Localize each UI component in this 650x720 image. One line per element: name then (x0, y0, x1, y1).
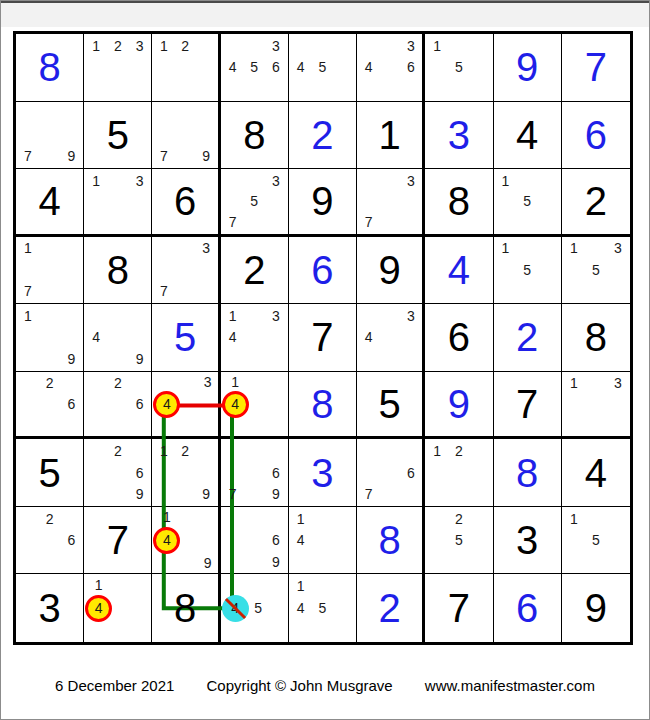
pencil-mark: 5 (523, 194, 531, 208)
chain-node-circle: 4 (222, 391, 249, 418)
cell-r9c5[interactable]: 145 (289, 574, 357, 642)
eliminated-candidate: 4 (222, 595, 249, 622)
pencil-marks: 679 (222, 440, 287, 505)
pencil-mark: 1 (502, 174, 510, 188)
pencil-mark: 1 (231, 375, 239, 389)
cell-r9c4[interactable]: 45 (221, 574, 289, 642)
pencil-marks: 14 (222, 373, 287, 436)
pencil-mark: 4 (297, 533, 305, 547)
cell-value: 7 (494, 372, 561, 437)
pencil-mark: 6 (136, 466, 144, 480)
caption-copyright: Copyright © John Musgrave (207, 677, 393, 694)
cell-r2c7[interactable]: 3 (425, 102, 493, 170)
cell-value: 5 (152, 304, 217, 371)
pencil-marks: 37 (153, 238, 216, 303)
cell-r4c2[interactable]: 8 (84, 237, 152, 305)
cell-r7c1[interactable]: 5 (16, 439, 84, 507)
pencil-marks: 149 (153, 508, 216, 573)
pencil-mark: 1 (297, 579, 305, 593)
cell-r6c9[interactable]: 13 (562, 372, 630, 440)
pencil-mark: 6 (407, 60, 415, 74)
cell-r2c2[interactable]: 5 (84, 102, 152, 170)
pencil-mark: 7 (229, 487, 237, 501)
pencil-mark: 9 (136, 487, 144, 501)
cell-r3c3[interactable]: 6 (152, 169, 220, 237)
chain-node-circle: 4 (85, 595, 112, 622)
pencil-mark: 2 (181, 444, 189, 458)
cell-value: 9 (562, 574, 630, 642)
cell-r6c7[interactable]: 9 (425, 372, 493, 440)
pencil-marks: 129 (153, 440, 216, 505)
pencil-mark: 3 (272, 174, 280, 188)
cell-r9c8[interactable]: 6 (494, 574, 562, 642)
cell-r1c4[interactable]: 3456 (221, 34, 289, 102)
sudoku-board: 8123123456453461597795798213464136357937… (13, 31, 633, 645)
cell-value: 1 (357, 102, 422, 169)
cell-value: 8 (562, 304, 630, 371)
cell-r7c5[interactable]: 3 (289, 439, 357, 507)
pencil-mark: 4 (365, 60, 373, 74)
pencil-marks: 26 (17, 373, 82, 436)
pencil-marks: 25 (426, 508, 491, 573)
cell-r3c1[interactable]: 4 (16, 169, 84, 237)
pencil-mark: 3 (614, 376, 622, 390)
cell-r6c1[interactable]: 26 (16, 372, 84, 440)
pencil-mark: 3 (407, 174, 415, 188)
pencil-mark: 3 (407, 309, 415, 323)
cell-r8c5[interactable]: 14 (289, 507, 357, 575)
cell-value: 6 (289, 237, 356, 304)
cell-value: 8 (425, 169, 492, 234)
cell-value: 2 (289, 102, 356, 169)
pencil-marks: 15 (563, 508, 629, 573)
cell-value: 7 (289, 304, 356, 371)
cell-r1c1[interactable]: 8 (16, 34, 84, 102)
pencil-mark: 4 (229, 330, 237, 344)
pencil-mark: 6 (272, 466, 280, 480)
pencil-marks: 145 (290, 575, 355, 641)
pencil-mark: 7 (24, 284, 32, 298)
cell-value: 9 (357, 237, 422, 304)
cell-r8c7[interactable]: 25 (425, 507, 493, 575)
cell-r5c9[interactable]: 8 (562, 304, 630, 372)
pencil-marks: 15 (495, 170, 560, 233)
cell-value: 4 (425, 237, 492, 304)
cell-value: 4 (16, 169, 83, 234)
cell-r2c1[interactable]: 79 (16, 102, 84, 170)
pencil-mark: 3 (136, 39, 144, 53)
cell-value: 8 (84, 237, 151, 304)
cell-r5c4[interactable]: 134 (221, 304, 289, 372)
cell-value: 3 (289, 439, 356, 506)
pencil-mark: 1 (24, 309, 32, 323)
cell-value: 3 (494, 507, 561, 574)
pencil-mark: 1 (570, 376, 578, 390)
pencil-mark: 3 (614, 241, 622, 255)
pencil-marks: 34 (358, 305, 421, 370)
pencil-mark: 2 (46, 512, 54, 526)
pencil-mark: 9 (272, 487, 280, 501)
cell-r9c3[interactable]: 8 (152, 574, 220, 642)
cell-value: 8 (152, 574, 217, 642)
pencil-mark: 1 (24, 241, 32, 255)
pencil-mark: 3 (202, 241, 210, 255)
cell-r8c1[interactable]: 26 (16, 507, 84, 575)
pencil-mark: 9 (202, 149, 210, 163)
pencil-mark: 1 (570, 512, 578, 526)
page: 8123123456453461597795798213464136357937… (0, 0, 650, 720)
pencil-marks: 14 (290, 508, 355, 573)
cell-value: 6 (152, 169, 217, 234)
pencil-mark: 7 (365, 487, 373, 501)
cell-r1c2[interactable]: 123 (84, 34, 152, 102)
pencil-mark: 6 (272, 60, 280, 74)
pencil-marks: 269 (85, 440, 150, 505)
chain-node-circle: 4 (153, 527, 180, 554)
pencil-mark: 1 (92, 39, 100, 53)
cell-r8c3[interactable]: 149 (152, 507, 220, 575)
cell-r9c1[interactable]: 3 (16, 574, 84, 642)
pencil-mark: 2 (114, 444, 122, 458)
cell-value: 5 (357, 372, 422, 437)
cell-r9c9[interactable]: 9 (562, 574, 630, 642)
pencil-mark: 3 (272, 309, 280, 323)
cell-r3c8[interactable]: 15 (494, 169, 562, 237)
cell-r2c5[interactable]: 2 (289, 102, 357, 170)
pencil-marks: 15 (426, 35, 491, 100)
cell-r7c2[interactable]: 269 (84, 439, 152, 507)
cell-r2c6[interactable]: 1 (357, 102, 425, 170)
cell-r5c1[interactable]: 19 (16, 304, 84, 372)
pencil-mark: 1 (163, 510, 171, 524)
cell-r7c9[interactable]: 4 (562, 439, 630, 507)
cell-r4c5[interactable]: 6 (289, 237, 357, 305)
cell-value: 9 (425, 372, 492, 437)
pencil-mark: 7 (160, 149, 168, 163)
cell-r5c3[interactable]: 5 (152, 304, 220, 372)
cell-r5c5[interactable]: 7 (289, 304, 357, 372)
cell-value: 2 (357, 574, 422, 642)
cell-r8c2[interactable]: 7 (84, 507, 152, 575)
pencil-mark: 2 (46, 376, 54, 390)
cell-r6c3[interactable]: 34 (152, 372, 220, 440)
cell-value: 5 (16, 439, 83, 506)
cell-r4c6[interactable]: 9 (357, 237, 425, 305)
pencil-marks: 37 (358, 170, 421, 233)
cell-r8c4[interactable]: 69 (221, 507, 289, 575)
pencil-marks: 3456 (222, 35, 287, 100)
pencil-mark: 9 (272, 555, 280, 569)
cell-r2c3[interactable]: 79 (152, 102, 220, 170)
cell-value: 6 (494, 574, 561, 642)
pencil-marks: 49 (85, 305, 150, 370)
cell-r4c9[interactable]: 135 (562, 237, 630, 305)
pencil-marks: 79 (153, 103, 216, 168)
cell-r5c8[interactable]: 2 (494, 304, 562, 372)
pencil-mark: 4 (297, 60, 305, 74)
cell-r4c8[interactable]: 15 (494, 237, 562, 305)
pencil-marks: 67 (358, 440, 421, 505)
cell-r8c6[interactable]: 8 (357, 507, 425, 575)
cell-value: 4 (494, 102, 561, 169)
pencil-mark: 3 (136, 174, 144, 188)
pencil-marks: 13 (85, 170, 150, 233)
pencil-mark: 4 (92, 330, 100, 344)
cell-value: 6 (562, 102, 630, 169)
cell-value: 7 (425, 574, 492, 642)
cell-value: 2 (562, 169, 630, 234)
pencil-mark: 2 (181, 39, 189, 53)
cell-r3c7[interactable]: 8 (425, 169, 493, 237)
pencil-mark: 5 (319, 60, 327, 74)
pencil-mark: 1 (570, 241, 578, 255)
pencil-mark: 5 (455, 60, 463, 74)
cell-r3c6[interactable]: 37 (357, 169, 425, 237)
pencil-mark: 4 (229, 60, 237, 74)
cell-r6c6[interactable]: 5 (357, 372, 425, 440)
pencil-mark: 5 (455, 533, 463, 547)
pencil-marks: 12 (426, 440, 491, 505)
pencil-marks: 12 (153, 35, 216, 100)
pencil-mark: 6 (407, 466, 415, 480)
pencil-mark: 5 (592, 533, 600, 547)
sudoku-grid: 8123123456453461597795798213464136357937… (13, 31, 633, 645)
pencil-mark: 1 (160, 444, 168, 458)
cell-value: 4 (562, 439, 630, 506)
cell-value: 8 (357, 507, 422, 574)
pencil-mark: 3 (204, 375, 212, 389)
cell-value: 2 (221, 237, 288, 304)
cell-r5c2[interactable]: 49 (84, 304, 152, 372)
pencil-mark: 1 (229, 309, 237, 323)
cell-r6c4[interactable]: 14 (221, 372, 289, 440)
cell-r1c6[interactable]: 346 (357, 34, 425, 102)
cell-r2c4[interactable]: 8 (221, 102, 289, 170)
cell-r2c9[interactable]: 6 (562, 102, 630, 170)
cell-value: 8 (494, 439, 561, 506)
pencil-mark: 5 (592, 263, 600, 277)
cell-value: 6 (425, 304, 492, 371)
cell-r8c8[interactable]: 3 (494, 507, 562, 575)
pencil-marks: 26 (17, 508, 82, 573)
cell-value: 9 (289, 169, 356, 234)
pencil-mark: 5 (250, 60, 258, 74)
footer-caption: 6 December 2021 Copyright © John Musgrav… (1, 677, 649, 694)
chain-node-circle: 4 (153, 391, 180, 418)
pencil-mark: 6 (272, 533, 280, 547)
pencil-mark: 5 (250, 194, 258, 208)
cell-value: 5 (84, 102, 151, 169)
pencil-mark: 7 (229, 215, 237, 229)
window-top-strip (1, 1, 649, 27)
pencil-marks: 34 (153, 373, 216, 436)
cell-value: 3 (16, 574, 83, 642)
cell-r1c5[interactable]: 45 (289, 34, 357, 102)
pencil-marks: 19 (17, 305, 82, 370)
pencil-marks: 17 (17, 238, 82, 303)
pencil-mark: 7 (365, 215, 373, 229)
cell-r7c6[interactable]: 67 (357, 439, 425, 507)
caption-website: www.manifestmaster.com (425, 677, 595, 694)
cell-r7c8[interactable]: 8 (494, 439, 562, 507)
pencil-mark: 4 (365, 330, 373, 344)
cell-r1c9[interactable]: 7 (562, 34, 630, 102)
cell-r3c4[interactable]: 357 (221, 169, 289, 237)
pencil-mark: 9 (136, 352, 144, 366)
cell-r4c4[interactable]: 2 (221, 237, 289, 305)
pencil-marks: 79 (17, 103, 82, 168)
pencil-marks: 45 (290, 35, 355, 100)
cell-r8c9[interactable]: 15 (562, 507, 630, 575)
cell-r7c4[interactable]: 679 (221, 439, 289, 507)
cell-r2c8[interactable]: 4 (494, 102, 562, 170)
pencil-mark: 3 (272, 39, 280, 53)
pencil-mark: 1 (160, 39, 168, 53)
pencil-mark: 1 (433, 39, 441, 53)
cell-r9c7[interactable]: 7 (425, 574, 493, 642)
pencil-mark: 7 (24, 149, 32, 163)
cell-value: 2 (494, 304, 561, 371)
pencil-mark: 5 (254, 601, 262, 615)
caption-date: 6 December 2021 (55, 677, 174, 694)
cell-r3c9[interactable]: 2 (562, 169, 630, 237)
pencil-mark: 2 (114, 39, 122, 53)
cell-r9c2[interactable]: 14 (84, 574, 152, 642)
pencil-marks: 45 (222, 575, 287, 641)
cell-value: 8 (221, 102, 288, 169)
cell-value: 7 (84, 507, 151, 574)
cell-r4c7[interactable]: 4 (425, 237, 493, 305)
cell-r6c5[interactable]: 8 (289, 372, 357, 440)
pencil-marks: 134 (222, 305, 287, 370)
pencil-mark: 4 (297, 601, 305, 615)
cell-r4c1[interactable]: 17 (16, 237, 84, 305)
cell-r9c6[interactable]: 2 (357, 574, 425, 642)
pencil-mark: 9 (202, 487, 210, 501)
cell-r1c3[interactable]: 12 (152, 34, 220, 102)
pencil-mark: 5 (523, 263, 531, 277)
cell-r4c3[interactable]: 37 (152, 237, 220, 305)
pencil-mark: 6 (136, 397, 144, 411)
pencil-marks: 135 (563, 238, 629, 303)
cell-value: 9 (494, 34, 561, 101)
pencil-mark: 1 (92, 174, 100, 188)
pencil-mark: 2 (455, 444, 463, 458)
pencil-marks: 26 (85, 373, 150, 436)
pencil-mark: 6 (67, 397, 75, 411)
cell-r6c2[interactable]: 26 (84, 372, 152, 440)
pencil-mark: 1 (95, 578, 103, 592)
cell-value: 3 (425, 102, 492, 169)
cell-value: 7 (562, 34, 630, 101)
cell-value: 8 (289, 372, 356, 437)
cell-r5c6[interactable]: 34 (357, 304, 425, 372)
pencil-marks: 14 (85, 575, 150, 641)
pencil-marks: 15 (495, 238, 560, 303)
cell-r1c7[interactable]: 15 (425, 34, 493, 102)
pencil-marks: 123 (85, 35, 150, 100)
pencil-mark: 7 (160, 284, 168, 298)
pencil-mark: 1 (297, 512, 305, 526)
pencil-marks: 13 (563, 373, 629, 436)
pencil-marks: 346 (358, 35, 421, 100)
pencil-mark: 2 (455, 512, 463, 526)
pencil-mark: 1 (502, 241, 510, 255)
cell-r5c7[interactable]: 6 (425, 304, 493, 372)
pencil-mark: 2 (114, 376, 122, 390)
pencil-mark: 9 (67, 149, 75, 163)
pencil-mark: 6 (67, 533, 75, 547)
cell-value: 8 (16, 34, 83, 101)
pencil-marks: 69 (222, 508, 287, 573)
cell-r7c7[interactable]: 12 (425, 439, 493, 507)
cell-r7c3[interactable]: 129 (152, 439, 220, 507)
cell-r6c8[interactable]: 7 (494, 372, 562, 440)
cell-r3c2[interactable]: 13 (84, 169, 152, 237)
pencil-mark: 9 (67, 352, 75, 366)
pencil-marks: 357 (222, 170, 287, 233)
cell-r1c8[interactable]: 9 (494, 34, 562, 102)
pencil-mark: 1 (433, 444, 441, 458)
pencil-mark: 9 (204, 556, 212, 570)
cell-r3c5[interactable]: 9 (289, 169, 357, 237)
pencil-mark: 3 (407, 39, 415, 53)
pencil-mark: 5 (319, 601, 327, 615)
